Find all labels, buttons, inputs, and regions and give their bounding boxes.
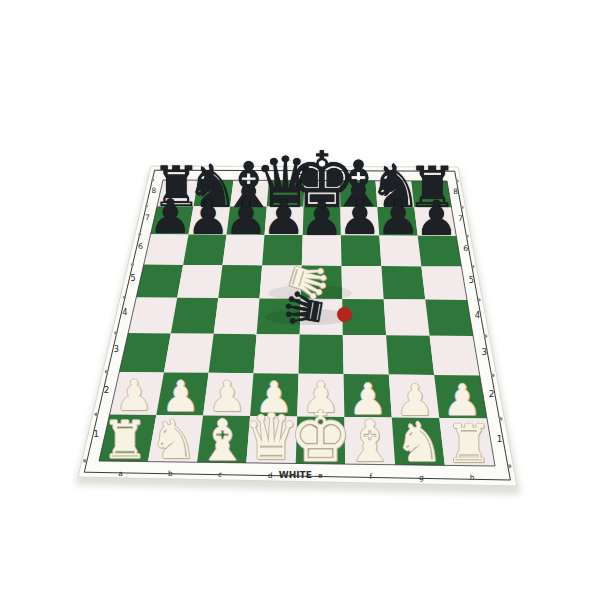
square-b7	[189, 206, 231, 234]
square-e7	[303, 207, 341, 236]
rank-label-left-4: 4	[122, 307, 127, 317]
square-e1	[296, 417, 346, 465]
square-e8	[304, 181, 341, 208]
square-d3	[254, 334, 300, 374]
square-g3	[386, 335, 434, 375]
square-g6	[379, 236, 421, 267]
rank-label-right-6: 6	[463, 244, 468, 253]
rank-label-right-4: 4	[475, 310, 480, 320]
square-c2	[203, 373, 253, 416]
square-b4	[171, 298, 219, 334]
rank-label-left-7: 7	[145, 213, 150, 222]
file-label-b: b	[168, 469, 173, 478]
square-c1	[197, 415, 250, 463]
square-g8	[376, 181, 415, 208]
square-e2	[297, 374, 344, 417]
square-f6	[341, 235, 382, 266]
square-f8	[340, 181, 377, 208]
rank-label-right-2: 2	[489, 389, 495, 399]
square-c6	[223, 235, 265, 266]
fallen-shadow	[268, 285, 352, 301]
square-d8	[267, 180, 305, 206]
border-dot-right-4	[477, 298, 480, 301]
product-photo: abcdefgh1122334455667788WHITEBLACK ♜♞♝♛♚…	[0, 0, 600, 600]
black-side-label: BLACK	[293, 169, 315, 176]
rank-label-right-3: 3	[481, 347, 487, 357]
square-c8	[230, 180, 269, 206]
square-a4	[128, 298, 177, 334]
square-b6	[183, 235, 226, 266]
border-dot-right-5	[484, 334, 487, 337]
square-g7	[377, 207, 417, 236]
square-d7	[265, 207, 304, 236]
square-f3	[343, 335, 389, 375]
rank-label-left-8: 8	[151, 186, 156, 195]
file-label-d: d	[268, 471, 273, 480]
rank-label-left-3: 3	[113, 344, 118, 354]
rank-label-left-6: 6	[138, 242, 143, 251]
square-h4	[425, 300, 473, 336]
border-dot-left-3	[131, 263, 134, 266]
rank-label-right-1: 1	[497, 433, 503, 444]
border-dot-left-6	[105, 370, 109, 374]
square-e6	[302, 235, 342, 266]
square-d2	[250, 373, 298, 416]
rank-label-right-7: 7	[458, 214, 463, 223]
rank-label-right-5: 5	[469, 275, 474, 285]
file-label-c: c	[218, 470, 222, 479]
border-dot-left-1	[145, 205, 148, 208]
square-h6	[418, 236, 462, 267]
square-h8	[411, 181, 451, 208]
border-dot-left-0	[151, 179, 154, 182]
square-h1	[439, 418, 495, 466]
square-g2	[389, 375, 440, 418]
square-a6	[144, 234, 189, 265]
square-h2	[434, 375, 487, 419]
file-label-g: g	[419, 473, 424, 482]
square-h7	[414, 207, 456, 236]
square-f7	[340, 207, 379, 236]
square-a8	[157, 180, 198, 206]
border-dot-left-8	[83, 459, 87, 463]
border-dot-right-7	[499, 417, 503, 421]
square-f1	[344, 417, 395, 465]
square-c7	[227, 207, 267, 235]
square-c5	[218, 265, 262, 298]
square-c4	[214, 298, 260, 334]
rank-label-left-1: 1	[93, 429, 99, 439]
rank-label-left-2: 2	[104, 385, 110, 395]
square-h5	[421, 266, 467, 300]
square-b3	[164, 334, 214, 373]
square-f2	[344, 374, 392, 417]
border-dot-left-5	[114, 331, 117, 334]
square-d6	[262, 235, 303, 266]
square-a7	[151, 206, 194, 234]
file-label-f: f	[369, 472, 372, 481]
file-label-a: a	[118, 469, 123, 478]
file-label-e: e	[318, 471, 323, 480]
square-d1	[246, 416, 297, 464]
border-dot-left-7	[94, 412, 98, 416]
square-b1	[148, 415, 203, 462]
square-g1	[392, 418, 445, 466]
white-side-label: WHITE	[279, 470, 312, 480]
square-h3	[430, 336, 480, 376]
square-c3	[209, 334, 257, 373]
rank-label-right-8: 8	[453, 187, 458, 196]
file-label-h: h	[470, 473, 475, 482]
square-b8	[194, 180, 234, 206]
border-dot-left-2	[138, 233, 141, 236]
square-b2	[156, 372, 208, 415]
border-dot-right-0	[456, 180, 459, 183]
border-dot-left-4	[123, 296, 126, 299]
square-g5	[381, 266, 425, 300]
border-dot-right-8	[508, 464, 512, 468]
border-dot-right-3	[471, 265, 474, 268]
square-b5	[177, 265, 222, 298]
chess-board: abcdefgh1122334455667788WHITEBLACK	[0, 0, 600, 600]
fallen-shadow	[265, 309, 353, 325]
rank-label-left-5: 5	[130, 274, 135, 283]
square-g4	[384, 299, 430, 335]
border-dot-right-2	[466, 234, 469, 237]
border-dot-right-6	[491, 374, 495, 378]
square-e3	[299, 335, 344, 375]
border-dot-right-1	[461, 206, 464, 209]
square-a5	[136, 265, 183, 298]
